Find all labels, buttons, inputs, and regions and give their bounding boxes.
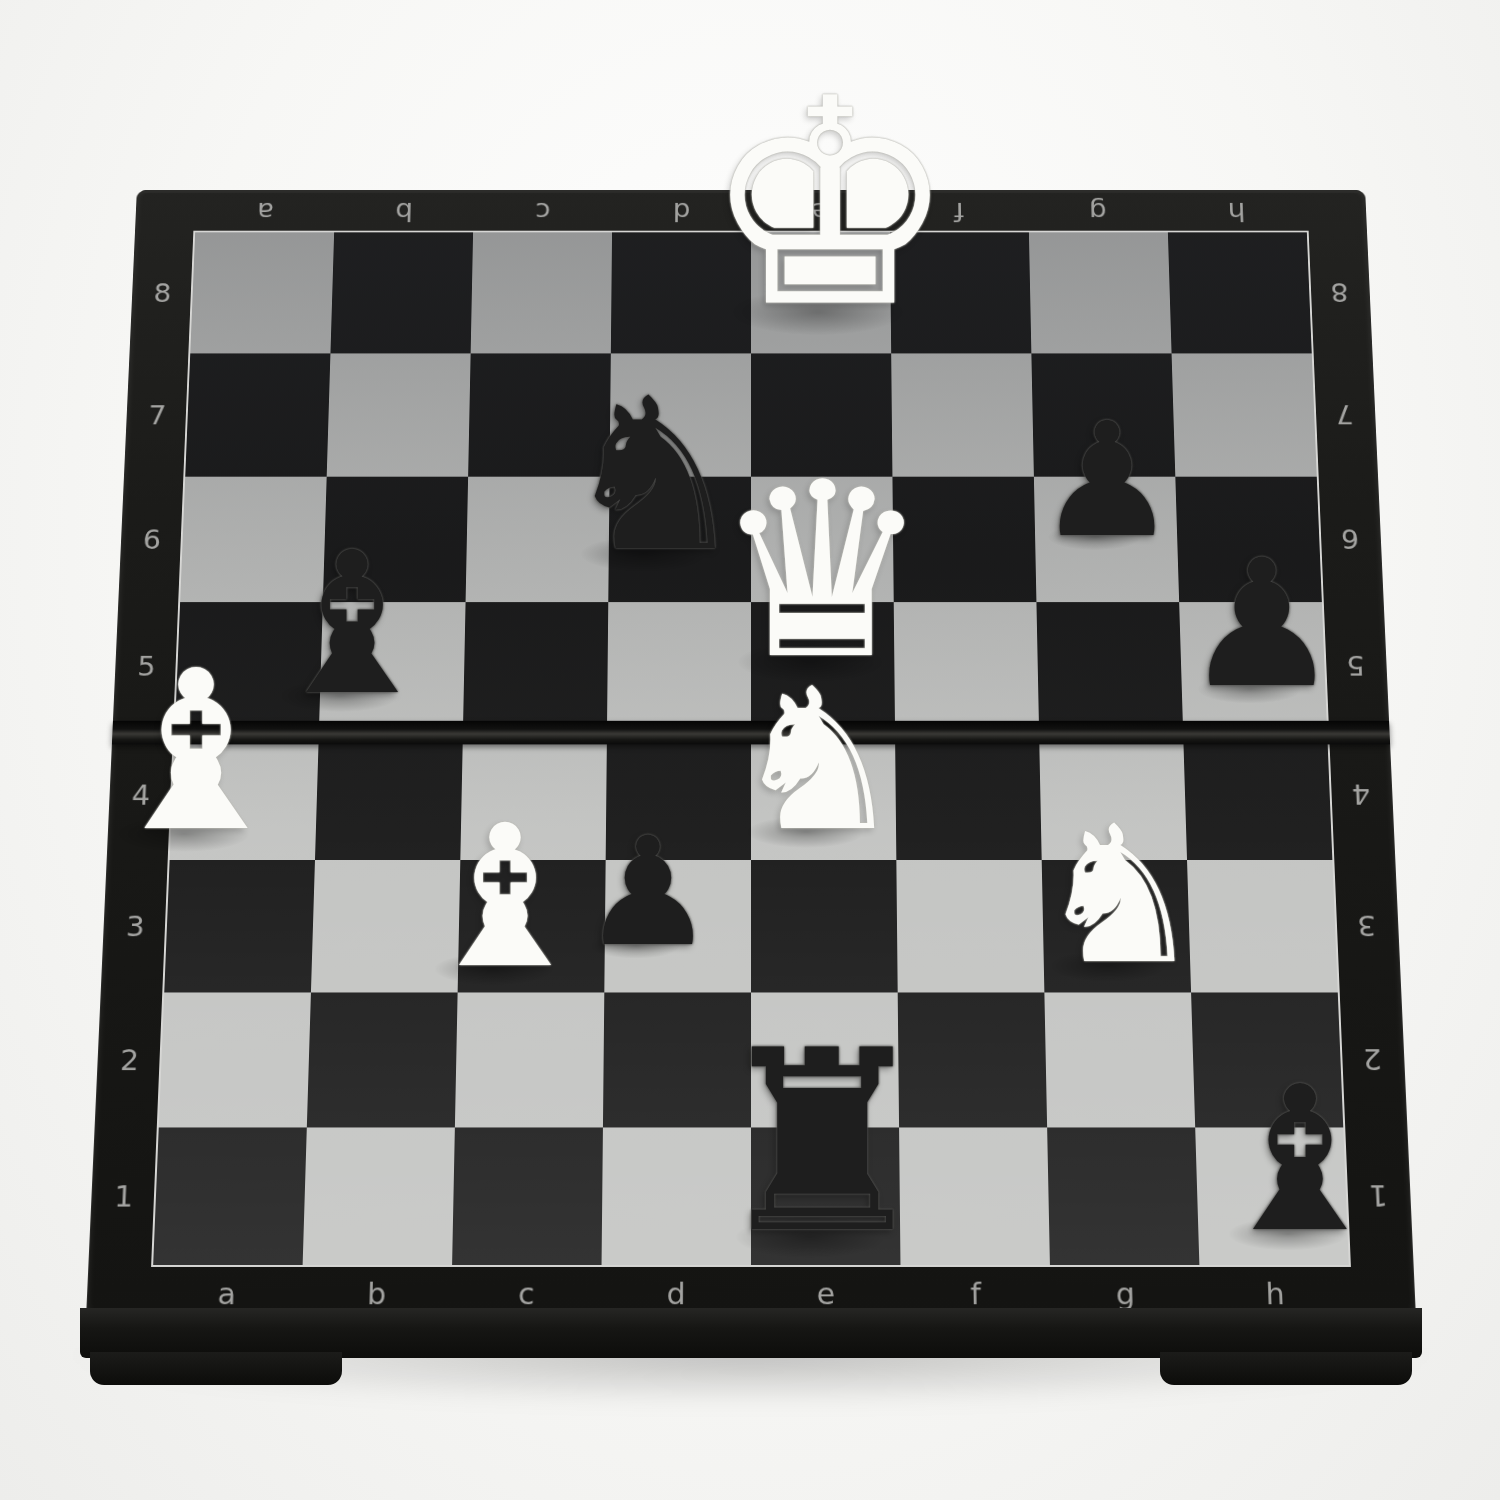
coord-label-c: c <box>451 1277 601 1311</box>
board-foot-left <box>90 1352 342 1385</box>
coord-label-h: h <box>1200 1277 1351 1311</box>
square-c8[interactable] <box>471 232 612 353</box>
square-b1[interactable] <box>303 1127 455 1265</box>
square-f4[interactable] <box>895 730 1042 860</box>
square-g1[interactable] <box>1047 1127 1199 1265</box>
square-h3[interactable] <box>1187 860 1338 993</box>
coord-label-7: 7 <box>1312 353 1378 476</box>
square-g5[interactable] <box>1036 602 1183 730</box>
board-foot-right <box>1160 1352 1412 1385</box>
coord-label-8: 8 <box>1307 232 1373 353</box>
piece-white-bishop-a4[interactable]: ♝ <box>97 642 294 862</box>
square-a2[interactable] <box>159 992 311 1127</box>
coord-label-a: a <box>151 1277 302 1311</box>
board-front-edge <box>80 1308 1422 1358</box>
square-c5[interactable] <box>463 602 608 730</box>
coord-label-3: 3 <box>1332 860 1401 993</box>
piece-black-pawn-g6[interactable]: ♟ <box>1036 401 1178 559</box>
coord-label-1: 1 <box>88 1127 158 1265</box>
coord-label-g: g <box>1028 197 1167 226</box>
piece-white-bishop-c3[interactable]: ♝ <box>417 799 593 995</box>
coord-label-7: 7 <box>124 353 190 476</box>
square-a1[interactable] <box>153 1127 307 1265</box>
coord-label-6: 6 <box>118 477 185 602</box>
square-a8[interactable] <box>190 232 334 353</box>
square-b8[interactable] <box>330 232 473 353</box>
square-b7[interactable] <box>327 353 471 476</box>
coord-label-2: 2 <box>95 992 165 1127</box>
square-g2[interactable] <box>1044 992 1195 1127</box>
square-c2[interactable] <box>455 992 604 1127</box>
piece-black-pawn-d3[interactable]: ♟ <box>581 817 715 967</box>
coord-label-4: 4 <box>1327 730 1395 860</box>
coord-label-b: b <box>301 1277 452 1311</box>
coord-label-a: a <box>195 197 335 226</box>
square-e3[interactable] <box>751 860 898 993</box>
square-g8[interactable] <box>1029 232 1172 353</box>
coord-label-b: b <box>334 197 473 226</box>
piece-white-knight-g3[interactable]: ♞ <box>1035 801 1205 991</box>
piece-black-bishop-h1[interactable]: ♝ <box>1210 1060 1389 1260</box>
piece-black-pawn-h5[interactable]: ♟ <box>1183 537 1341 713</box>
piece-white-king-e8[interactable]: ♚ <box>702 62 958 347</box>
square-f3[interactable] <box>896 860 1044 993</box>
piece-black-rook-e1[interactable]: ♜ <box>710 1018 934 1268</box>
coord-label-g: g <box>1050 1277 1201 1311</box>
square-b2[interactable] <box>307 992 458 1127</box>
photo-scene: abcdefgh abcdefgh 87654321 87654321 ♚♟♞♛… <box>0 0 1500 1500</box>
square-a7[interactable] <box>185 353 330 476</box>
square-h8[interactable] <box>1168 232 1312 353</box>
piece-white-knight-e4[interactable]: ♞ <box>730 662 906 858</box>
square-c1[interactable] <box>452 1127 603 1265</box>
square-h4[interactable] <box>1183 730 1332 860</box>
square-h7[interactable] <box>1172 353 1317 476</box>
coord-label-8: 8 <box>130 232 196 353</box>
coord-label-h: h <box>1167 197 1307 226</box>
coord-label-c: c <box>473 197 612 226</box>
